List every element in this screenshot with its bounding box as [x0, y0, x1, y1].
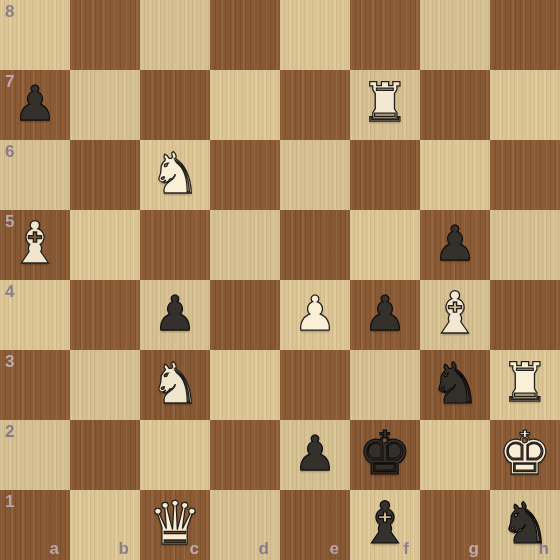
- square-e2[interactable]: ♟: [280, 420, 350, 490]
- square-g3[interactable]: ♞: [420, 350, 490, 420]
- square-a8[interactable]: 8: [0, 0, 70, 70]
- square-b7[interactable]: [70, 70, 140, 140]
- piece-white-king-h2[interactable]: ♚: [490, 420, 560, 488]
- piece-black-pawn-g5[interactable]: ♟: [420, 210, 490, 278]
- piece-white-knight-c6[interactable]: ♞: [140, 140, 210, 208]
- square-e4[interactable]: ♟: [280, 280, 350, 350]
- piece-black-pawn-a7[interactable]: ♟: [0, 70, 70, 138]
- square-a6[interactable]: 6: [0, 140, 70, 210]
- square-h7[interactable]: [490, 70, 560, 140]
- square-d6[interactable]: [210, 140, 280, 210]
- square-f8[interactable]: [350, 0, 420, 70]
- square-c4[interactable]: ♟: [140, 280, 210, 350]
- square-f6[interactable]: [350, 140, 420, 210]
- square-c5[interactable]: [140, 210, 210, 280]
- square-h8[interactable]: [490, 0, 560, 70]
- file-label-e: e: [330, 540, 339, 557]
- square-b5[interactable]: [70, 210, 140, 280]
- square-h5[interactable]: [490, 210, 560, 280]
- square-d8[interactable]: [210, 0, 280, 70]
- piece-white-queen-c1[interactable]: ♛: [140, 490, 210, 558]
- rank-label-2: 2: [5, 423, 14, 440]
- piece-white-pawn-e4[interactable]: ♟: [280, 280, 350, 348]
- file-label-d: d: [259, 540, 269, 557]
- square-b6[interactable]: [70, 140, 140, 210]
- piece-white-knight-c3[interactable]: ♞: [140, 350, 210, 418]
- square-d2[interactable]: [210, 420, 280, 490]
- rank-label-3: 3: [5, 353, 14, 370]
- square-d5[interactable]: [210, 210, 280, 280]
- square-d7[interactable]: [210, 70, 280, 140]
- square-c7[interactable]: [140, 70, 210, 140]
- square-h6[interactable]: [490, 140, 560, 210]
- square-g1[interactable]: g: [420, 490, 490, 560]
- piece-black-pawn-f4[interactable]: ♟: [350, 280, 420, 348]
- square-a2[interactable]: 2: [0, 420, 70, 490]
- square-g8[interactable]: [420, 0, 490, 70]
- piece-white-bishop-g4[interactable]: ♝: [420, 280, 490, 348]
- square-a4[interactable]: 4: [0, 280, 70, 350]
- square-a7[interactable]: 7♟: [0, 70, 70, 140]
- piece-black-king-f2[interactable]: ♚: [350, 420, 420, 488]
- square-b3[interactable]: [70, 350, 140, 420]
- square-h2[interactable]: ♚: [490, 420, 560, 490]
- square-c2[interactable]: [140, 420, 210, 490]
- square-g4[interactable]: ♝: [420, 280, 490, 350]
- square-e1[interactable]: e: [280, 490, 350, 560]
- piece-black-knight-h1[interactable]: ♞: [490, 490, 560, 558]
- square-c8[interactable]: [140, 0, 210, 70]
- piece-black-pawn-e2[interactable]: ♟: [280, 420, 350, 488]
- square-a1[interactable]: 1a: [0, 490, 70, 560]
- square-f3[interactable]: [350, 350, 420, 420]
- square-f5[interactable]: [350, 210, 420, 280]
- square-f4[interactable]: ♟: [350, 280, 420, 350]
- square-e6[interactable]: [280, 140, 350, 210]
- piece-black-bishop-f1[interactable]: ♝: [350, 490, 420, 558]
- square-b8[interactable]: [70, 0, 140, 70]
- square-f1[interactable]: f♝: [350, 490, 420, 560]
- piece-white-rook-h3[interactable]: ♜: [490, 350, 560, 418]
- square-g6[interactable]: [420, 140, 490, 210]
- piece-white-rook-f7[interactable]: ♜: [350, 70, 420, 138]
- file-label-g: g: [469, 540, 479, 557]
- square-b1[interactable]: b: [70, 490, 140, 560]
- square-b2[interactable]: [70, 420, 140, 490]
- piece-white-bishop-a5[interactable]: ♝: [0, 210, 70, 278]
- square-e8[interactable]: [280, 0, 350, 70]
- rank-label-1: 1: [5, 493, 14, 510]
- file-label-b: b: [119, 540, 129, 557]
- square-e5[interactable]: [280, 210, 350, 280]
- square-e3[interactable]: [280, 350, 350, 420]
- chess-board: 87♟♜6♞5♝♟4♟♟♟♝3♞♞♜2♟♚♚1abc♛def♝gh♞: [0, 0, 560, 560]
- square-g2[interactable]: [420, 420, 490, 490]
- square-c3[interactable]: ♞: [140, 350, 210, 420]
- square-g7[interactable]: [420, 70, 490, 140]
- square-b4[interactable]: [70, 280, 140, 350]
- square-d1[interactable]: d: [210, 490, 280, 560]
- square-f2[interactable]: ♚: [350, 420, 420, 490]
- square-g5[interactable]: ♟: [420, 210, 490, 280]
- square-d4[interactable]: [210, 280, 280, 350]
- rank-label-8: 8: [5, 3, 14, 20]
- piece-black-knight-g3[interactable]: ♞: [420, 350, 490, 418]
- square-d3[interactable]: [210, 350, 280, 420]
- square-a5[interactable]: 5♝: [0, 210, 70, 280]
- square-a3[interactable]: 3: [0, 350, 70, 420]
- rank-label-6: 6: [5, 143, 14, 160]
- square-h3[interactable]: ♜: [490, 350, 560, 420]
- square-h4[interactable]: [490, 280, 560, 350]
- square-f7[interactable]: ♜: [350, 70, 420, 140]
- square-h1[interactable]: h♞: [490, 490, 560, 560]
- rank-label-4: 4: [5, 283, 14, 300]
- square-c1[interactable]: c♛: [140, 490, 210, 560]
- piece-black-pawn-c4[interactable]: ♟: [140, 280, 210, 348]
- square-e7[interactable]: [280, 70, 350, 140]
- file-label-a: a: [50, 540, 59, 557]
- square-c6[interactable]: ♞: [140, 140, 210, 210]
